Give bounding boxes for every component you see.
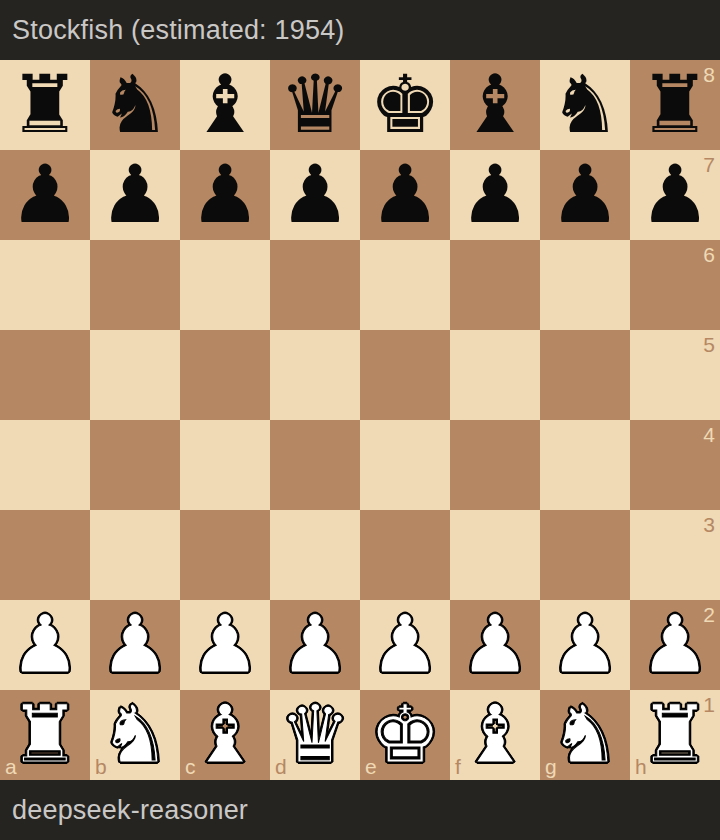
- chess-app: Stockfish (estimated: 1954) ♜♞♝♛♚♝♞♜8♟♟♟…: [0, 0, 720, 840]
- black-player-name: Stockfish (estimated: 1954): [12, 15, 345, 46]
- piece-black-pawn[interactable]: ♟: [360, 150, 450, 240]
- piece-white-pawn[interactable]: ♟: [270, 600, 360, 690]
- square-b3[interactable]: [90, 510, 180, 600]
- square-d4[interactable]: [270, 420, 360, 510]
- square-g2[interactable]: ♟: [540, 600, 630, 690]
- square-g5[interactable]: [540, 330, 630, 420]
- square-h6[interactable]: 6: [630, 240, 720, 330]
- square-e3[interactable]: [360, 510, 450, 600]
- square-f5[interactable]: [450, 330, 540, 420]
- piece-black-knight[interactable]: ♞: [540, 60, 630, 150]
- piece-black-pawn[interactable]: ♟: [90, 150, 180, 240]
- square-g8[interactable]: ♞: [540, 60, 630, 150]
- piece-black-pawn[interactable]: ♟: [540, 150, 630, 240]
- piece-white-pawn[interactable]: ♟: [90, 600, 180, 690]
- rank-label-8: 8: [703, 64, 715, 85]
- square-e2[interactable]: ♟: [360, 600, 450, 690]
- square-d6[interactable]: [270, 240, 360, 330]
- rank-label-6: 6: [703, 244, 715, 265]
- square-g3[interactable]: [540, 510, 630, 600]
- piece-black-pawn[interactable]: ♟: [0, 150, 90, 240]
- rank-label-1: 1: [703, 694, 715, 715]
- square-a1[interactable]: ♜a: [0, 690, 90, 780]
- square-b2[interactable]: ♟: [90, 600, 180, 690]
- square-d7[interactable]: ♟: [270, 150, 360, 240]
- file-label-e: e: [365, 756, 377, 777]
- square-b7[interactable]: ♟: [90, 150, 180, 240]
- file-label-h: h: [635, 756, 647, 777]
- square-d1[interactable]: ♛d: [270, 690, 360, 780]
- piece-black-king[interactable]: ♚: [360, 60, 450, 150]
- square-b5[interactable]: [90, 330, 180, 420]
- square-h7[interactable]: ♟7: [630, 150, 720, 240]
- rank-label-4: 4: [703, 424, 715, 445]
- file-label-a: a: [5, 756, 17, 777]
- piece-black-pawn[interactable]: ♟: [450, 150, 540, 240]
- white-player-name: deepseek-reasoner: [12, 795, 248, 826]
- square-g1[interactable]: ♞g: [540, 690, 630, 780]
- square-h2[interactable]: ♟2: [630, 600, 720, 690]
- piece-white-pawn[interactable]: ♟: [360, 600, 450, 690]
- square-a7[interactable]: ♟: [0, 150, 90, 240]
- square-f6[interactable]: [450, 240, 540, 330]
- square-g7[interactable]: ♟: [540, 150, 630, 240]
- square-d5[interactable]: [270, 330, 360, 420]
- piece-black-queen[interactable]: ♛: [270, 60, 360, 150]
- square-d3[interactable]: [270, 510, 360, 600]
- square-h8[interactable]: ♜8: [630, 60, 720, 150]
- square-e6[interactable]: [360, 240, 450, 330]
- file-label-g: g: [545, 756, 557, 777]
- piece-black-pawn[interactable]: ♟: [180, 150, 270, 240]
- square-g4[interactable]: [540, 420, 630, 510]
- file-label-d: d: [275, 756, 287, 777]
- square-f3[interactable]: [450, 510, 540, 600]
- square-a3[interactable]: [0, 510, 90, 600]
- chess-board: ♜♞♝♛♚♝♞♜8♟♟♟♟♟♟♟♟76543♟♟♟♟♟♟♟♟2♜a♞b♝c♛d♚…: [0, 60, 720, 780]
- square-h1[interactable]: ♜1h: [630, 690, 720, 780]
- file-label-f: f: [455, 756, 461, 777]
- square-d2[interactable]: ♟: [270, 600, 360, 690]
- square-f7[interactable]: ♟: [450, 150, 540, 240]
- piece-white-pawn[interactable]: ♟: [180, 600, 270, 690]
- square-h3[interactable]: 3: [630, 510, 720, 600]
- square-c2[interactable]: ♟: [180, 600, 270, 690]
- rank-label-2: 2: [703, 604, 715, 625]
- piece-white-pawn[interactable]: ♟: [450, 600, 540, 690]
- square-e1[interactable]: ♚e: [360, 690, 450, 780]
- square-c4[interactable]: [180, 420, 270, 510]
- square-f2[interactable]: ♟: [450, 600, 540, 690]
- square-h5[interactable]: 5: [630, 330, 720, 420]
- piece-black-pawn[interactable]: ♟: [270, 150, 360, 240]
- square-e8[interactable]: ♚: [360, 60, 450, 150]
- square-b8[interactable]: ♞: [90, 60, 180, 150]
- rank-label-5: 5: [703, 334, 715, 355]
- piece-black-knight[interactable]: ♞: [90, 60, 180, 150]
- square-b6[interactable]: [90, 240, 180, 330]
- piece-white-pawn[interactable]: ♟: [540, 600, 630, 690]
- square-g6[interactable]: [540, 240, 630, 330]
- square-c6[interactable]: [180, 240, 270, 330]
- square-a4[interactable]: [0, 420, 90, 510]
- rank-label-7: 7: [703, 154, 715, 175]
- square-e5[interactable]: [360, 330, 450, 420]
- square-f8[interactable]: ♝: [450, 60, 540, 150]
- top-player-bar: Stockfish (estimated: 1954): [0, 0, 720, 60]
- square-b4[interactable]: [90, 420, 180, 510]
- square-c5[interactable]: [180, 330, 270, 420]
- file-label-c: c: [185, 756, 196, 777]
- square-a2[interactable]: ♟: [0, 600, 90, 690]
- square-e4[interactable]: [360, 420, 450, 510]
- square-f4[interactable]: [450, 420, 540, 510]
- piece-black-bishop[interactable]: ♝: [450, 60, 540, 150]
- square-a6[interactable]: [0, 240, 90, 330]
- square-f1[interactable]: ♝f: [450, 690, 540, 780]
- square-c8[interactable]: ♝: [180, 60, 270, 150]
- bottom-player-bar: deepseek-reasoner: [0, 780, 720, 840]
- square-b1[interactable]: ♞b: [90, 690, 180, 780]
- square-d8[interactable]: ♛: [270, 60, 360, 150]
- file-label-b: b: [95, 756, 107, 777]
- piece-white-pawn[interactable]: ♟: [0, 600, 90, 690]
- square-a8[interactable]: ♜: [0, 60, 90, 150]
- square-e7[interactable]: ♟: [360, 150, 450, 240]
- piece-white-bishop[interactable]: ♝: [450, 690, 540, 780]
- square-c3[interactable]: [180, 510, 270, 600]
- square-h4[interactable]: 4: [630, 420, 720, 510]
- square-a5[interactable]: [0, 330, 90, 420]
- piece-black-rook[interactable]: ♜: [0, 60, 90, 150]
- rank-label-3: 3: [703, 514, 715, 535]
- piece-black-bishop[interactable]: ♝: [180, 60, 270, 150]
- square-c1[interactable]: ♝c: [180, 690, 270, 780]
- square-c7[interactable]: ♟: [180, 150, 270, 240]
